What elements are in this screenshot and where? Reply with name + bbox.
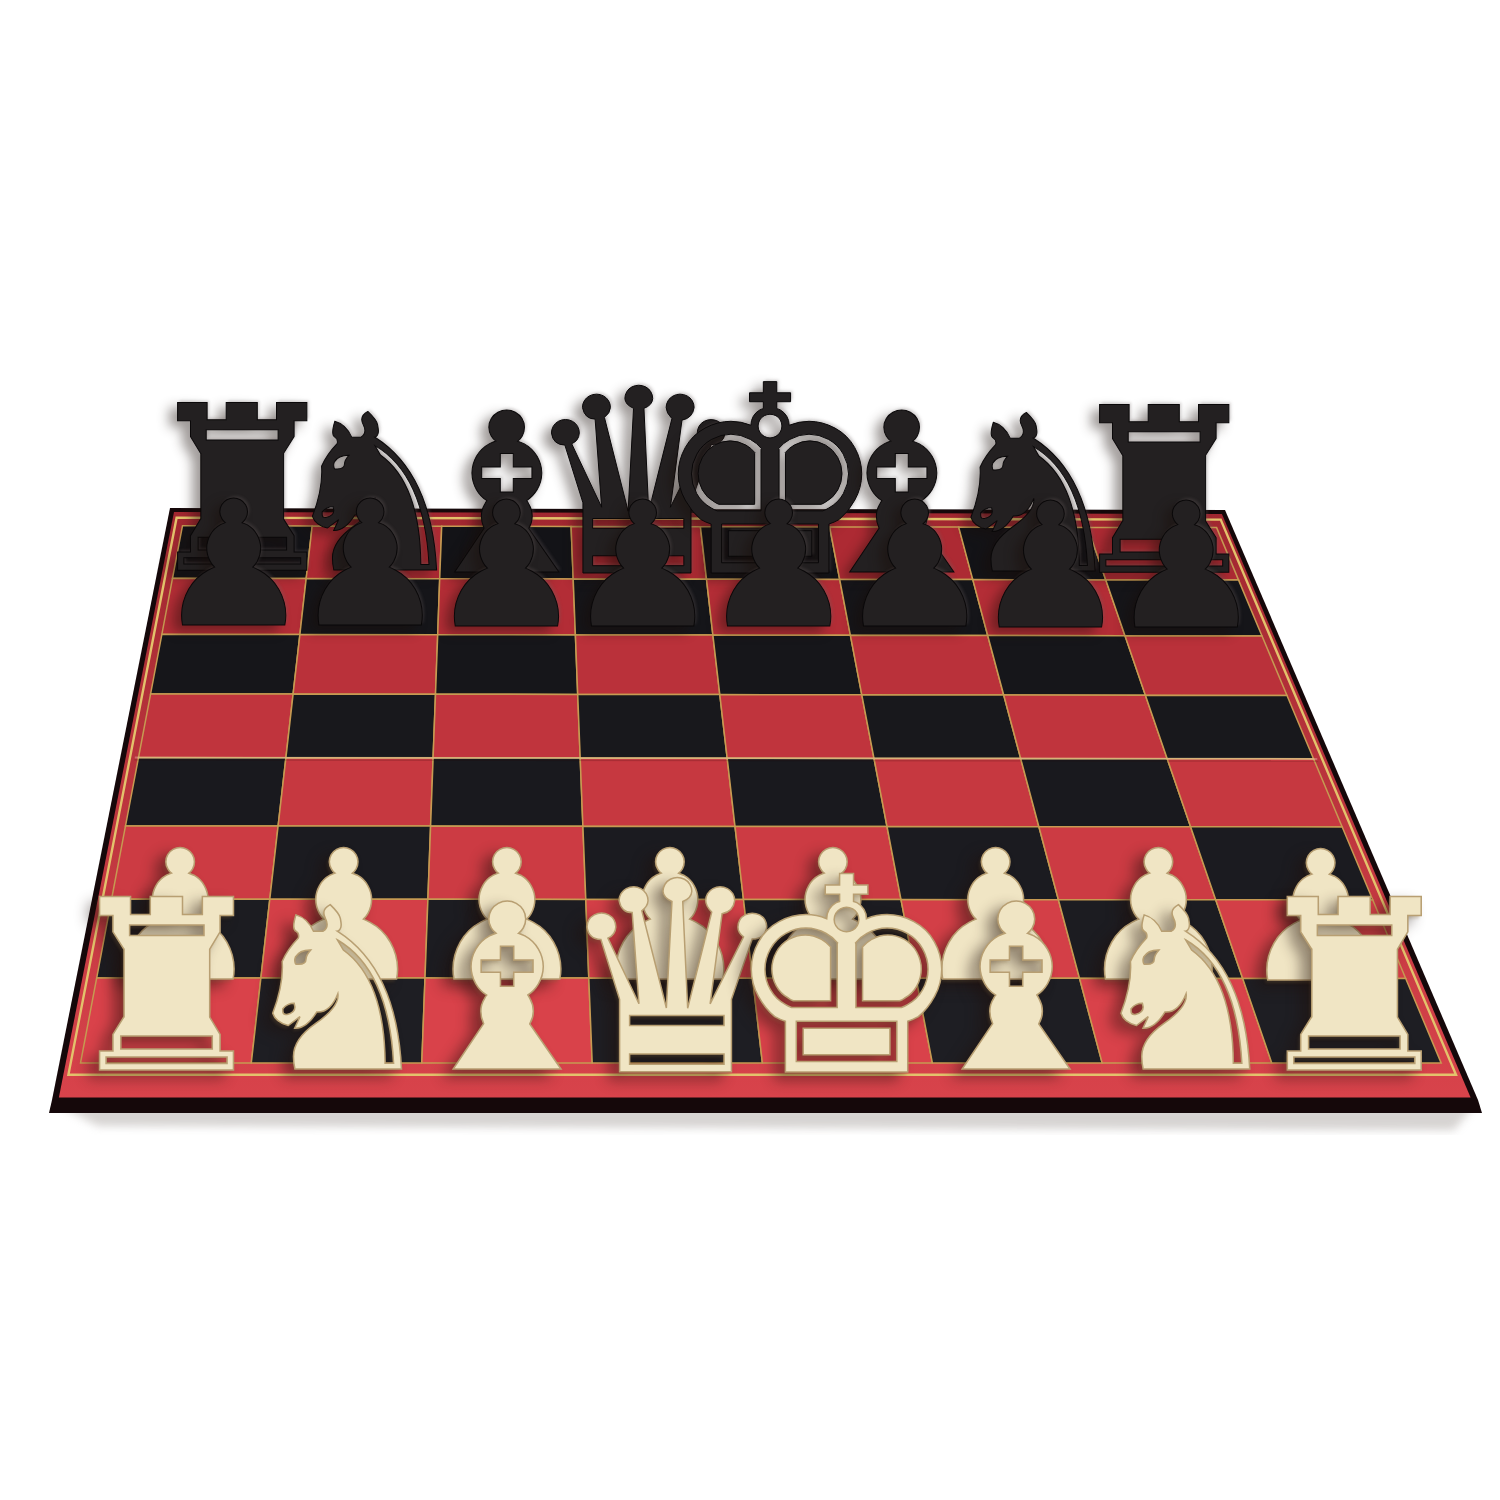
square-a5[interactable]: [139, 694, 294, 758]
piece-black-pawn-h7[interactable]: ♟: [1108, 479, 1264, 653]
piece-black-pawn-d7[interactable]: ♟: [565, 478, 721, 652]
square-e5[interactable]: [720, 695, 874, 759]
square-f5[interactable]: [862, 695, 1021, 759]
board-fold-crease: [135, 758, 1317, 759]
piece-black-pawn-c7[interactable]: ♟: [429, 478, 585, 652]
square-g5[interactable]: [1004, 695, 1167, 759]
square-c5[interactable]: [433, 694, 580, 758]
chess-board: [0, 0, 1500, 1500]
square-b5[interactable]: [286, 694, 436, 758]
piece-black-pawn-e7[interactable]: ♟: [701, 479, 857, 653]
piece-black-pawn-b7[interactable]: ♟: [292, 478, 448, 652]
square-d5[interactable]: [578, 694, 728, 758]
piece-black-pawn-a7[interactable]: ♟: [156, 478, 312, 652]
piece-white-rook-h1[interactable]: ♜: [1248, 869, 1461, 1107]
chess-set-product-photo: ♜♞♝♛♚♝♞♜♟♟♟♟♟♟♟♟♟♟♟♟♟♟♟♟♜♞♝♛♚♝♞♜: [0, 0, 1500, 1500]
piece-black-pawn-g7[interactable]: ♟: [973, 479, 1129, 653]
square-h5[interactable]: [1145, 695, 1313, 759]
piece-black-pawn-f7[interactable]: ♟: [837, 479, 993, 653]
